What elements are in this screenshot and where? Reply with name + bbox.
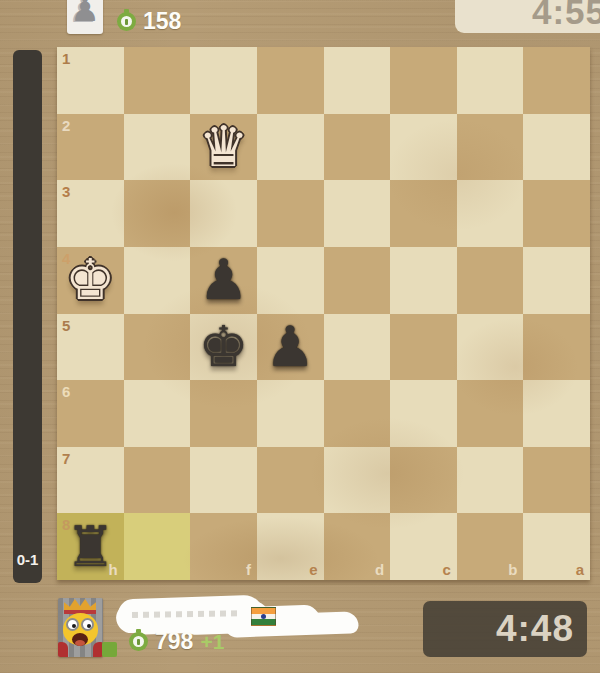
piece-black-pawn-e5[interactable]: ♟ (257, 314, 324, 381)
stopwatch-icon (129, 632, 148, 651)
piece-black-rook-h8[interactable]: ♜ (57, 513, 124, 580)
opponent-clock: 4:55 (455, 0, 600, 33)
square-c8[interactable]: c (390, 513, 457, 580)
square-b7[interactable] (457, 447, 524, 514)
india-flag-icon (251, 607, 276, 626)
square-g6[interactable] (124, 380, 191, 447)
player-rating: 798 (155, 628, 193, 655)
square-c5[interactable] (390, 314, 457, 381)
chess-app-screen: ♟ 158 4:55 0-1 12♛34♚♟5♚♟678h♜fedcba 798… (0, 0, 600, 673)
square-d5[interactable] (324, 314, 391, 381)
square-f7[interactable] (190, 447, 257, 514)
square-f1[interactable] (190, 47, 257, 114)
file-label-a: a (576, 561, 584, 578)
square-c4[interactable] (390, 247, 457, 314)
square-g7[interactable] (124, 447, 191, 514)
opponent-avatar[interactable]: ♟ (67, 0, 103, 34)
file-label-f: f (246, 561, 251, 578)
square-e7[interactable] (257, 447, 324, 514)
square-g8[interactable] (124, 513, 191, 580)
square-g4[interactable] (124, 247, 191, 314)
square-d4[interactable] (324, 247, 391, 314)
square-e8[interactable]: e (257, 513, 324, 580)
square-c2[interactable] (390, 114, 457, 181)
square-a4[interactable] (523, 247, 590, 314)
rank-label-3: 3 (62, 183, 70, 200)
piece-black-pawn-f4[interactable]: ♟ (190, 247, 257, 314)
square-a6[interactable] (523, 380, 590, 447)
square-a7[interactable] (523, 447, 590, 514)
square-c1[interactable] (390, 47, 457, 114)
square-a5[interactable] (523, 314, 590, 381)
square-h1[interactable]: 1 (57, 47, 124, 114)
square-h8[interactable]: 8h♜ (57, 513, 124, 580)
opponent-rating: 158 (143, 8, 181, 35)
rank-label-6: 6 (62, 383, 70, 400)
square-h5[interactable]: 5 (57, 314, 124, 381)
square-d6[interactable] (324, 380, 391, 447)
game-result-badge: 0-1 (17, 551, 39, 583)
chess-board[interactable]: 12♛34♚♟5♚♟678h♜fedcba (57, 47, 590, 580)
file-label-c: c (442, 561, 450, 578)
square-f2[interactable]: ♛ (190, 114, 257, 181)
rank-label-5: 5 (62, 317, 70, 334)
rank-label-2: 2 (62, 117, 70, 134)
square-a1[interactable] (523, 47, 590, 114)
square-a3[interactable] (523, 180, 590, 247)
player-avatar[interactable] (58, 598, 103, 657)
square-e2[interactable] (257, 114, 324, 181)
square-h4[interactable]: 4♚ (57, 247, 124, 314)
square-e1[interactable] (257, 47, 324, 114)
opponent-rating-row: 158 (117, 8, 181, 35)
square-f3[interactable] (190, 180, 257, 247)
square-c6[interactable] (390, 380, 457, 447)
square-e5[interactable]: ♟ (257, 314, 324, 381)
file-label-d: d (375, 561, 384, 578)
square-c3[interactable] (390, 180, 457, 247)
square-b3[interactable] (457, 180, 524, 247)
rank-label-7: 7 (62, 450, 70, 467)
square-d3[interactable] (324, 180, 391, 247)
square-b6[interactable] (457, 380, 524, 447)
square-e4[interactable] (257, 247, 324, 314)
square-d7[interactable] (324, 447, 391, 514)
square-a8[interactable]: a (523, 513, 590, 580)
piece-white-queen-f2[interactable]: ♛ (190, 114, 257, 181)
square-b2[interactable] (457, 114, 524, 181)
stopwatch-icon (117, 12, 136, 31)
file-label-e: e (309, 561, 317, 578)
square-f8[interactable]: f (190, 513, 257, 580)
square-h7[interactable]: 7 (57, 447, 124, 514)
square-h2[interactable]: 2 (57, 114, 124, 181)
square-g5[interactable] (124, 314, 191, 381)
square-d2[interactable] (324, 114, 391, 181)
file-label-b: b (508, 561, 517, 578)
player-rating-delta: +1 (200, 630, 224, 654)
piece-black-king-f5[interactable]: ♚ (190, 314, 257, 381)
square-b4[interactable] (457, 247, 524, 314)
player-clock: 4:48 (423, 601, 587, 657)
square-f4[interactable]: ♟ (190, 247, 257, 314)
piece-white-king-h4[interactable]: ♚ (57, 247, 124, 314)
default-pawn-avatar-icon: ♟ (67, 0, 103, 29)
square-b8[interactable]: b (457, 513, 524, 580)
square-b1[interactable] (457, 47, 524, 114)
evaluation-bar: 0-1 (13, 50, 42, 583)
player-rating-row: 798 +1 (129, 628, 224, 655)
square-g2[interactable] (124, 114, 191, 181)
square-g3[interactable] (124, 180, 191, 247)
square-f5[interactable]: ♚ (190, 314, 257, 381)
square-g1[interactable] (124, 47, 191, 114)
square-e6[interactable] (257, 380, 324, 447)
square-h6[interactable]: 6 (57, 380, 124, 447)
rank-label-1: 1 (62, 50, 70, 67)
square-e3[interactable] (257, 180, 324, 247)
square-c7[interactable] (390, 447, 457, 514)
square-b5[interactable] (457, 314, 524, 381)
square-d8[interactable]: d (324, 513, 391, 580)
square-a2[interactable] (523, 114, 590, 181)
square-f6[interactable] (190, 380, 257, 447)
square-d1[interactable] (324, 47, 391, 114)
online-status-badge (102, 642, 117, 657)
square-h3[interactable]: 3 (57, 180, 124, 247)
